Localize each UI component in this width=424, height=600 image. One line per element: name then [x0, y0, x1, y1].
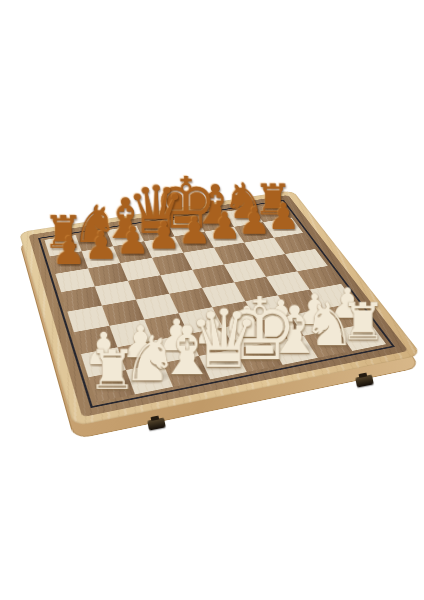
- clasp-left-tab: [151, 415, 160, 420]
- clasp-left: [147, 417, 166, 430]
- chess-board: ♜♞♝♛♚♝♞♜♟♟♟♟♟♟♟♟♟♟♟♟♟♟♟♟♜♞♝♛♚♝♞♜: [19, 190, 422, 426]
- clasp-right: [355, 374, 374, 387]
- clasp-right-tab: [359, 372, 368, 377]
- piece-glyph: ♜: [60, 342, 164, 388]
- chess-set-photo: ♜♞♝♛♚♝♞♜♟♟♟♟♟♟♟♟♟♟♟♟♟♟♟♟♜♞♝♛♚♝♞♜: [0, 0, 424, 600]
